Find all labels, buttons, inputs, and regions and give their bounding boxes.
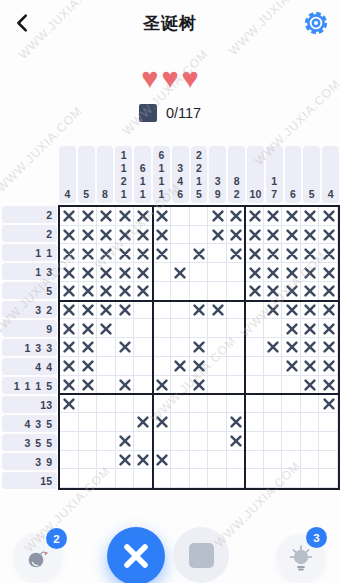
x-mark-icon	[249, 210, 261, 222]
grid-cell-r13c14[interactable]	[301, 432, 320, 451]
x-mark-icon	[286, 229, 298, 241]
grid-cell-r12c11[interactable]	[245, 413, 264, 432]
x-icon	[121, 541, 151, 571]
grid-cell-r10c12[interactable]	[264, 376, 283, 395]
grid-cell-r6c9[interactable]	[208, 301, 227, 320]
x-mark-icon	[193, 304, 205, 316]
grid-cell-r14c11[interactable]	[245, 451, 264, 470]
grid-cell-r14c1[interactable]	[60, 451, 79, 470]
grid-cell-r13c15[interactable]	[319, 432, 338, 451]
grid-cell-r2c8[interactable]	[190, 226, 209, 245]
grid-cell-r15c13[interactable]	[282, 469, 301, 488]
grid-cell-r4c1[interactable]	[60, 263, 79, 282]
grid-cell-r12c4[interactable]	[116, 413, 135, 432]
x-tool-button[interactable]	[107, 527, 165, 583]
grid-cell-r12c3[interactable]	[97, 413, 116, 432]
grid-cell-r11c12[interactable]	[264, 394, 283, 413]
col-clue-6: 6111	[153, 146, 170, 203]
grid-cell-r14c10[interactable]	[227, 451, 246, 470]
grid-cell-r8c7[interactable]	[171, 338, 190, 357]
grid-cell-r15c15[interactable]	[319, 469, 338, 488]
grid-cell-r4c6[interactable]	[153, 263, 172, 282]
grid-cell-r8c11[interactable]	[245, 338, 264, 357]
grid-cell-r2c1[interactable]	[60, 226, 79, 245]
grid-cell-r2c2[interactable]	[79, 226, 98, 245]
grid-cell-r5c7[interactable]	[171, 282, 190, 301]
grid-cell-r6c6[interactable]	[153, 301, 172, 320]
grid-cell-r3c15[interactable]	[319, 244, 338, 263]
grid-cell-r9c3[interactable]	[97, 357, 116, 376]
grid-cell-r13c3[interactable]	[97, 432, 116, 451]
x-mark-icon	[267, 210, 279, 222]
grid-cell-r5c14[interactable]	[301, 282, 320, 301]
heart-icon: ♥	[182, 63, 199, 93]
x-mark-icon	[174, 360, 186, 372]
grid-cell-r4c11[interactable]	[245, 263, 264, 282]
x-mark-icon	[286, 341, 298, 353]
x-mark-icon	[304, 304, 316, 316]
x-mark-icon	[323, 267, 335, 279]
grid-cell-r15c9[interactable]	[208, 469, 227, 488]
grid-cell-r10c9[interactable]	[208, 376, 227, 395]
grid-cell-r5c8[interactable]	[190, 282, 209, 301]
row-clue-9: 44	[2, 358, 57, 375]
grid-cell-r14c13[interactable]	[282, 451, 301, 470]
grid-cell-r15c1[interactable]	[60, 469, 79, 488]
x-mark-icon	[323, 285, 335, 297]
x-mark-icon	[82, 304, 94, 316]
grid-cell-r12c1[interactable]	[60, 413, 79, 432]
grid-cell-r5c5[interactable]	[134, 282, 153, 301]
x-mark-icon	[304, 267, 316, 279]
x-mark-icon	[212, 229, 224, 241]
grid-cell-r12c15[interactable]	[319, 413, 338, 432]
fill-tool-button[interactable]	[173, 527, 229, 583]
grid-cell-r15c5[interactable]	[134, 469, 153, 488]
grid-cell-r4c8[interactable]	[190, 263, 209, 282]
grid-cell-r3c3[interactable]	[97, 244, 116, 263]
heart-icon: ♥	[141, 63, 158, 93]
x-mark-icon	[82, 360, 94, 372]
grid-cell-r11c5[interactable]	[134, 394, 153, 413]
grid-cell-r8c4[interactable]	[116, 338, 135, 357]
grid-cell-r13c12[interactable]	[264, 432, 283, 451]
x-mark-icon	[82, 341, 94, 353]
grid-cell-r1c12[interactable]	[264, 207, 283, 226]
grid-cell-r10c13[interactable]	[282, 376, 301, 395]
grid-cell-r11c4[interactable]	[116, 394, 135, 413]
grid-cell-r15c10[interactable]	[227, 469, 246, 488]
grid-cell-r1c2[interactable]	[79, 207, 98, 226]
grid-cell-r3c8[interactable]	[190, 244, 209, 263]
grid-cell-r3c14[interactable]	[301, 244, 320, 263]
x-mark-icon	[286, 210, 298, 222]
grid-cell-r7c4[interactable]	[116, 319, 135, 338]
col-clue-8: 2215	[191, 146, 208, 203]
grid-cell-r12c13[interactable]	[282, 413, 301, 432]
grid-cell-r3c9[interactable]	[208, 244, 227, 263]
grid-cell-r15c7[interactable]	[171, 469, 190, 488]
grid-cell-r9c8[interactable]	[190, 357, 209, 376]
grid-cell-r3c5[interactable]	[134, 244, 153, 263]
grid-cell-r10c10[interactable]	[227, 376, 246, 395]
grid-cell-r8c8[interactable]	[190, 338, 209, 357]
grid-cell-r1c11[interactable]	[245, 207, 264, 226]
grid-cell-r5c9[interactable]	[208, 282, 227, 301]
grid-cell-r6c10[interactable]	[227, 301, 246, 320]
grid-cell-r3c4[interactable]	[116, 244, 135, 263]
grid-cell-r4c2[interactable]	[79, 263, 98, 282]
grid-cell-r10c3[interactable]	[97, 376, 116, 395]
x-mark-icon	[286, 304, 298, 316]
x-mark-icon	[249, 285, 261, 297]
grid-cell-r12c8[interactable]	[190, 413, 209, 432]
row-clue-2: 2	[2, 225, 57, 242]
col-clue-4: 1121	[115, 146, 132, 203]
grid-cell-r11c13[interactable]	[282, 394, 301, 413]
grid-cell-r1c9[interactable]	[208, 207, 227, 226]
grid-cell-r15c6[interactable]	[153, 469, 172, 488]
grid-cell-r2c11[interactable]	[245, 226, 264, 245]
grid-cell-r11c6[interactable]	[153, 394, 172, 413]
grid-cell-r5c11[interactable]	[245, 282, 264, 301]
x-mark-icon	[323, 304, 335, 316]
grid-cell-r1c7[interactable]	[171, 207, 190, 226]
grid-cell-r3c6[interactable]	[153, 244, 172, 263]
grid-cell-r9c6[interactable]	[153, 357, 172, 376]
grid-cell-r12c5[interactable]	[134, 413, 153, 432]
grid-cell-r3c10[interactable]	[227, 244, 246, 263]
grid-cell-r1c13[interactable]	[282, 207, 301, 226]
grid-cell-r11c2[interactable]	[79, 394, 98, 413]
grid-cell-r10c2[interactable]	[79, 376, 98, 395]
grid-cell-r6c15[interactable]	[319, 301, 338, 320]
x-mark-icon	[82, 285, 94, 297]
grid-cell-r7c2[interactable]	[79, 319, 98, 338]
grid-cell-r13c4[interactable]	[116, 432, 135, 451]
grid-cell-r7c5[interactable]	[134, 319, 153, 338]
grid-cell-r7c8[interactable]	[190, 319, 209, 338]
grid-cell-r8c1[interactable]	[60, 338, 79, 357]
x-mark-icon	[63, 285, 75, 297]
grid-cell-r14c9[interactable]	[208, 451, 227, 470]
grid-cell-r15c3[interactable]	[97, 469, 116, 488]
grid-cell-r2c3[interactable]	[97, 226, 116, 245]
grid-cell-r8c15[interactable]	[319, 338, 338, 357]
grid-cell-r14c14[interactable]	[301, 451, 320, 470]
x-mark-icon	[323, 398, 335, 410]
x-mark-icon	[119, 341, 131, 353]
grid-cell-r8c5[interactable]	[134, 338, 153, 357]
grid-cell-r6c2[interactable]	[79, 301, 98, 320]
grid-cell-r12c2[interactable]	[79, 413, 98, 432]
row-clue-5: 5	[2, 282, 57, 299]
grid-cell-r5c1[interactable]	[60, 282, 79, 301]
grid-cell-r7c1[interactable]	[60, 319, 79, 338]
grid-cell-r13c2[interactable]	[79, 432, 98, 451]
grid-cell-r13c5[interactable]	[134, 432, 153, 451]
block-separator	[60, 393, 338, 395]
settings-button[interactable]	[300, 8, 332, 38]
grid-cell-r1c10[interactable]	[227, 207, 246, 226]
grid-cell-r10c4[interactable]	[116, 376, 135, 395]
grid-cell-r13c8[interactable]	[190, 432, 209, 451]
grid-cell-r11c7[interactable]	[171, 394, 190, 413]
square-icon	[189, 543, 214, 568]
grid-cell-r6c4[interactable]	[116, 301, 135, 320]
grid-cell-r4c12[interactable]	[264, 263, 283, 282]
x-mark-icon	[193, 248, 205, 260]
grid-cell-r5c6[interactable]	[153, 282, 172, 301]
grid-cell-r1c14[interactable]	[301, 207, 320, 226]
grid-cell-r2c6[interactable]	[153, 226, 172, 245]
grid-cell-r9c10[interactable]	[227, 357, 246, 376]
x-mark-icon	[100, 267, 112, 279]
x-mark-icon	[267, 304, 279, 316]
row-clue-6: 32	[2, 301, 57, 318]
grid-cell-r3c1[interactable]	[60, 244, 79, 263]
grid-cell-r9c9[interactable]	[208, 357, 227, 376]
x-mark-icon	[212, 304, 224, 316]
grid-cell-r10c11[interactable]	[245, 376, 264, 395]
grid-cell-r6c1[interactable]	[60, 301, 79, 320]
grid-cell-r2c14[interactable]	[301, 226, 320, 245]
grid-cell-r9c7[interactable]	[171, 357, 190, 376]
grid-cell-r5c12[interactable]	[264, 282, 283, 301]
grid-cell-r3c11[interactable]	[245, 244, 264, 263]
col-clue-1: 4	[59, 146, 76, 203]
x-mark-icon	[156, 416, 168, 428]
x-mark-icon	[286, 285, 298, 297]
grid-cell-r3c7[interactable]	[171, 244, 190, 263]
x-mark-icon	[100, 210, 112, 222]
grid-cell-r6c13[interactable]	[282, 301, 301, 320]
grid-cell-r2c4[interactable]	[116, 226, 135, 245]
x-mark-icon	[323, 323, 335, 335]
grid-cell-r14c2[interactable]	[79, 451, 98, 470]
grid-cell-r4c13[interactable]	[282, 263, 301, 282]
grid-cell-r8c14[interactable]	[301, 338, 320, 357]
grid-cell-r7c3[interactable]	[97, 319, 116, 338]
grid-cell-r10c14[interactable]	[301, 376, 320, 395]
grid-cell-r10c8[interactable]	[190, 376, 209, 395]
grid-cell-r8c3[interactable]	[97, 338, 116, 357]
grid-cell-r11c15[interactable]	[319, 394, 338, 413]
x-mark-icon	[63, 379, 75, 391]
grid-cell-r1c15[interactable]	[319, 207, 338, 226]
grid-cell-r12c6[interactable]	[153, 413, 172, 432]
grid-cell-r8c10[interactable]	[227, 338, 246, 357]
grid-cell-r1c6[interactable]	[153, 207, 172, 226]
grid-cell-r9c15[interactable]	[319, 357, 338, 376]
grid-cell-r8c9[interactable]	[208, 338, 227, 357]
grid-cell-r1c5[interactable]	[134, 207, 153, 226]
x-mark-icon	[323, 379, 335, 391]
grid-cell-r3c13[interactable]	[282, 244, 301, 263]
grid-cell-r7c12[interactable]	[264, 319, 283, 338]
grid-cell-r4c10[interactable]	[227, 263, 246, 282]
grid-cell-r6c14[interactable]	[301, 301, 320, 320]
grid-cell-r14c5[interactable]	[134, 451, 153, 470]
grid-cell-r11c8[interactable]	[190, 394, 209, 413]
grid-cell-r11c10[interactable]	[227, 394, 246, 413]
col-clue-12: 17	[266, 146, 283, 203]
grid-cell-r2c13[interactable]	[282, 226, 301, 245]
grid-cell-r14c15[interactable]	[319, 451, 338, 470]
row-clue-15: 15	[2, 472, 57, 489]
grid-cell-r5c10[interactable]	[227, 282, 246, 301]
gear-icon	[303, 10, 329, 36]
grid-cell-r15c4[interactable]	[116, 469, 135, 488]
grid-cell-r11c11[interactable]	[245, 394, 264, 413]
grid-cell-r8c2[interactable]	[79, 338, 98, 357]
grid-cell-r2c7[interactable]	[171, 226, 190, 245]
grid-cell-r9c5[interactable]	[134, 357, 153, 376]
grid-cell-r15c12[interactable]	[264, 469, 283, 488]
grid-cell-r11c1[interactable]	[60, 394, 79, 413]
grid-cell-r11c3[interactable]	[97, 394, 116, 413]
x-mark-icon	[119, 248, 131, 260]
x-mark-icon	[137, 416, 149, 428]
x-mark-icon	[304, 323, 316, 335]
grid-cell-r14c3[interactable]	[97, 451, 116, 470]
grid-cell-r5c4[interactable]	[116, 282, 135, 301]
grid-cell-r6c5[interactable]	[134, 301, 153, 320]
grid-cell-r12c9[interactable]	[208, 413, 227, 432]
grid-cell-r6c12[interactable]	[264, 301, 283, 320]
grid-cell-r2c10[interactable]	[227, 226, 246, 245]
x-mark-icon	[286, 360, 298, 372]
grid-cell-r7c15[interactable]	[319, 319, 338, 338]
grid-cell-r5c13[interactable]	[282, 282, 301, 301]
x-mark-icon	[63, 267, 75, 279]
col-clue-7: 346	[172, 146, 189, 203]
grid-cell-r10c5[interactable]	[134, 376, 153, 395]
grid-cell-r13c7[interactable]	[171, 432, 190, 451]
x-mark-icon	[230, 229, 242, 241]
row-clue-3: 11	[2, 244, 57, 261]
grid-cell-r9c11[interactable]	[245, 357, 264, 376]
grid-cell-r6c11[interactable]	[245, 301, 264, 320]
grid-cell-r3c12[interactable]	[264, 244, 283, 263]
grid-cell-r5c15[interactable]	[319, 282, 338, 301]
grid-cell-r14c4[interactable]	[116, 451, 135, 470]
col-clue-3: 8	[97, 146, 114, 203]
grid-cell-r10c1[interactable]	[60, 376, 79, 395]
grid-cell-r6c8[interactable]	[190, 301, 209, 320]
grid-cell-r12c12[interactable]	[264, 413, 283, 432]
grid-cell-r7c14[interactable]	[301, 319, 320, 338]
grid-cell-r13c9[interactable]	[208, 432, 227, 451]
grid-cell-r12c10[interactable]	[227, 413, 246, 432]
grid-cell-r1c1[interactable]	[60, 207, 79, 226]
row-clue-13: 355	[2, 434, 57, 451]
x-mark-icon	[193, 379, 205, 391]
grid-cell-r4c5[interactable]	[134, 263, 153, 282]
grid-cell-r1c3[interactable]	[97, 207, 116, 226]
grid-cell-r10c6[interactable]	[153, 376, 172, 395]
grid-cell-r8c13[interactable]	[282, 338, 301, 357]
grid-cell-r2c9[interactable]	[208, 226, 227, 245]
grid-cell-r9c12[interactable]	[264, 357, 283, 376]
grid-cell-r9c2[interactable]	[79, 357, 98, 376]
grid-cell-r1c4[interactable]	[116, 207, 135, 226]
grid-cell-r10c15[interactable]	[319, 376, 338, 395]
grid-cell-r4c14[interactable]	[301, 263, 320, 282]
grid-cell-r3c2[interactable]	[79, 244, 98, 263]
grid-cell-r7c9[interactable]	[208, 319, 227, 338]
grid-cell-r7c7[interactable]	[171, 319, 190, 338]
grid-cell-r13c10[interactable]	[227, 432, 246, 451]
grid-cell-r13c1[interactable]	[60, 432, 79, 451]
grid-cell-r7c13[interactable]	[282, 319, 301, 338]
grid-cell-r4c3[interactable]	[97, 263, 116, 282]
x-mark-icon	[82, 229, 94, 241]
grid-cell-r14c6[interactable]	[153, 451, 172, 470]
grid-cell-r7c10[interactable]	[227, 319, 246, 338]
x-mark-icon	[304, 360, 316, 372]
grid-cell-r6c7[interactable]	[171, 301, 190, 320]
grid-cell-r8c6[interactable]	[153, 338, 172, 357]
grid-cell-r9c4[interactable]	[116, 357, 135, 376]
block-separator	[60, 300, 338, 302]
x-mark-icon	[249, 248, 261, 260]
grid-cell-r4c9[interactable]	[208, 263, 227, 282]
grid-cell-r15c8[interactable]	[190, 469, 209, 488]
grid-cell-r7c6[interactable]	[153, 319, 172, 338]
grid-cell-r5c3[interactable]	[97, 282, 116, 301]
x-mark-icon	[230, 435, 242, 447]
grid-cell-r7c11[interactable]	[245, 319, 264, 338]
grid-cell-r13c13[interactable]	[282, 432, 301, 451]
row-clue-7: 9	[2, 320, 57, 337]
grid-cell-r12c7[interactable]	[171, 413, 190, 432]
bomb-badge: 2	[46, 528, 67, 549]
grid-cell-r12c14[interactable]	[301, 413, 320, 432]
grid-cell-r15c14[interactable]	[301, 469, 320, 488]
grid-cell-r11c9[interactable]	[208, 394, 227, 413]
grid-cell-r1c8[interactable]	[190, 207, 209, 226]
grid-cell-r6c3[interactable]	[97, 301, 116, 320]
grid-cell-r4c4[interactable]	[116, 263, 135, 282]
x-mark-icon	[286, 323, 298, 335]
grid-cell-r14c12[interactable]	[264, 451, 283, 470]
grid-cell-r10c7[interactable]	[171, 376, 190, 395]
grid-cell-r9c13[interactable]	[282, 357, 301, 376]
grid-cell-r8c12[interactable]	[264, 338, 283, 357]
grid-cell-r14c8[interactable]	[190, 451, 209, 470]
grid-cell-r4c15[interactable]	[319, 263, 338, 282]
x-mark-icon	[267, 267, 279, 279]
grid-cell-r2c12[interactable]	[264, 226, 283, 245]
grid-cell-r2c5[interactable]	[134, 226, 153, 245]
x-mark-icon	[119, 454, 131, 466]
hint-badge: 3	[306, 527, 327, 548]
grid-cell-r14c7[interactable]	[171, 451, 190, 470]
grid-cell-r9c1[interactable]	[60, 357, 79, 376]
x-mark-icon	[100, 248, 112, 260]
grid-cell-r9c14[interactable]	[301, 357, 320, 376]
x-mark-icon	[174, 267, 186, 279]
grid-cell-r5c2[interactable]	[79, 282, 98, 301]
grid-cell-r13c11[interactable]	[245, 432, 264, 451]
grid-cell-r15c11[interactable]	[245, 469, 264, 488]
grid-cell-r13c6[interactable]	[153, 432, 172, 451]
grid-cell-r11c14[interactable]	[301, 394, 320, 413]
grid-cell-r4c7[interactable]	[171, 263, 190, 282]
grid-cell-r2c15[interactable]	[319, 226, 338, 245]
grid-cell-r15c2[interactable]	[79, 469, 98, 488]
